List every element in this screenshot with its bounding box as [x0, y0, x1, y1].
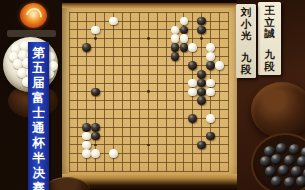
board-top-rim — [62, 0, 237, 8]
black-stone — [82, 43, 91, 52]
player-plate-liu-xiaoguang: 刘小光 九段 — [236, 4, 256, 78]
grid-line — [228, 12, 229, 172]
player-rank: 九段 — [240, 52, 252, 75]
star-point — [94, 37, 97, 40]
white-stone — [188, 88, 197, 97]
right-wooden-bowl-lid — [251, 82, 305, 138]
white-stone — [82, 149, 91, 158]
player-plate-wang-licheng: 王立誠 九段 — [258, 2, 281, 75]
bowl-black-stone — [284, 155, 295, 166]
white-stone — [109, 149, 118, 158]
grid-line — [69, 109, 229, 110]
black-stone — [91, 88, 100, 97]
black-stone — [197, 88, 206, 97]
event-banner: 第五届富士通杯半决赛 — [28, 42, 49, 190]
black-stone — [171, 52, 180, 61]
bowl-black-stone — [284, 177, 295, 188]
white-stone — [82, 132, 91, 141]
player-rank: 九段 — [264, 49, 276, 72]
black-stone — [197, 26, 206, 35]
black-stone — [197, 70, 206, 79]
white-stone — [91, 149, 100, 158]
black-stone — [82, 123, 91, 132]
grid-line — [166, 12, 167, 172]
player-name: 刘小光 — [240, 7, 252, 42]
bowl-black-stone — [276, 143, 287, 154]
black-stone — [180, 26, 189, 35]
star-point — [147, 37, 150, 40]
white-stone — [206, 52, 215, 61]
white-stone — [180, 34, 189, 43]
star-point — [94, 144, 97, 147]
logo-caption-blur — [7, 30, 56, 37]
black-stone — [206, 132, 215, 141]
white-stone — [171, 34, 180, 43]
bowl-black-stone — [296, 176, 305, 187]
black-stone — [171, 43, 180, 52]
white-stone — [206, 114, 215, 123]
white-stone — [171, 26, 180, 35]
white-stone — [109, 17, 118, 26]
player-name: 王立誠 — [264, 5, 276, 40]
black-stone — [197, 96, 206, 105]
bowl-black-stone — [289, 144, 300, 155]
white-stone — [206, 43, 215, 52]
white-stone — [180, 17, 189, 26]
black-stone — [197, 79, 206, 88]
grid-line — [69, 162, 229, 163]
bowl-black-stone — [271, 154, 282, 165]
white-stone — [91, 26, 100, 35]
white-stone — [206, 79, 215, 88]
white-stone — [215, 61, 224, 70]
white-stone — [206, 88, 215, 97]
event-banner-text: 第五届富士通杯半决赛 — [32, 45, 45, 190]
white-stone — [188, 79, 197, 88]
white-stone — [188, 43, 197, 52]
grid-line — [219, 12, 220, 172]
bowl-black-stone — [271, 176, 282, 187]
black-stone — [188, 114, 197, 123]
go-board — [62, 0, 237, 190]
black-stone — [180, 43, 189, 52]
bowl-black-stone — [278, 165, 289, 176]
black-stone — [197, 17, 206, 26]
tv-broadcast-frame: 第五届富士通杯半决赛 王立誠 九段 刘小光 九段 — [0, 0, 305, 190]
star-point — [200, 37, 203, 40]
white-stone — [82, 141, 91, 150]
black-stone — [188, 61, 197, 70]
grid-line — [157, 12, 158, 172]
tv-station-logo-icon — [20, 3, 47, 28]
black-stone — [206, 61, 215, 70]
black-stone — [197, 141, 206, 150]
star-point — [147, 90, 150, 93]
star-point — [147, 144, 150, 147]
go-board-grid — [65, 8, 233, 176]
black-stone — [91, 123, 100, 132]
grid-line — [69, 171, 229, 172]
grid-line — [69, 118, 229, 119]
black-stone — [91, 132, 100, 141]
